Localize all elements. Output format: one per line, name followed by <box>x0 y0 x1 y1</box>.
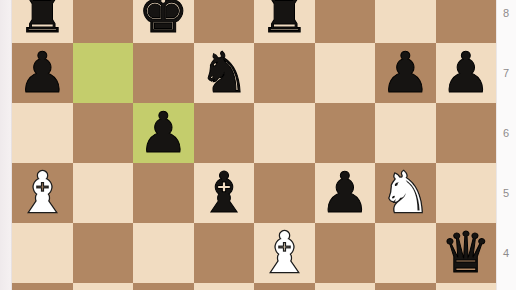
black-knight-d7[interactable]: ♞ <box>199 43 249 103</box>
rank-label-5: 5 <box>503 186 515 200</box>
square-b7[interactable] <box>73 43 134 103</box>
square-c8[interactable]: ♚ <box>133 0 194 43</box>
square-a5[interactable]: ♝ <box>12 163 73 223</box>
square-a3[interactable] <box>12 283 73 290</box>
square-h6[interactable] <box>436 103 497 163</box>
square-f6[interactable] <box>315 103 376 163</box>
black-pawn-h7[interactable]: ♟ <box>441 43 491 103</box>
white-bishop-e4[interactable]: ♝ <box>259 223 309 283</box>
square-b8[interactable] <box>73 0 134 43</box>
square-e3[interactable] <box>254 283 315 290</box>
board-squares: ♜♚♜♟♞♟♟♟♝♝♟♞♝♛ <box>12 0 496 290</box>
square-e4[interactable]: ♝ <box>254 223 315 283</box>
square-g4[interactable] <box>375 223 436 283</box>
black-rook-e8[interactable]: ♜ <box>259 0 309 43</box>
rank-label-7: 7 <box>503 66 515 80</box>
square-c3[interactable] <box>133 283 194 290</box>
black-king-c8[interactable]: ♚ <box>138 0 188 43</box>
square-h3[interactable] <box>436 283 497 290</box>
square-f3[interactable] <box>315 283 376 290</box>
square-d8[interactable] <box>194 0 255 43</box>
square-e7[interactable] <box>254 43 315 103</box>
square-d3[interactable] <box>194 283 255 290</box>
square-d6[interactable] <box>194 103 255 163</box>
square-b5[interactable] <box>73 163 134 223</box>
square-f5[interactable]: ♟ <box>315 163 376 223</box>
square-g8[interactable] <box>375 0 436 43</box>
black-queen-h4[interactable]: ♛ <box>441 223 491 283</box>
rank-label-8: 8 <box>503 6 515 20</box>
square-d5[interactable]: ♝ <box>194 163 255 223</box>
square-b6[interactable] <box>73 103 134 163</box>
square-c7[interactable] <box>133 43 194 103</box>
square-f7[interactable] <box>315 43 376 103</box>
square-g5[interactable]: ♞ <box>375 163 436 223</box>
square-e6[interactable] <box>254 103 315 163</box>
rank-label-6: 6 <box>503 126 515 140</box>
square-h5[interactable] <box>436 163 497 223</box>
square-g7[interactable]: ♟ <box>375 43 436 103</box>
chess-board[interactable]: ♜♚♜♟♞♟♟♟♝♝♟♞♝♛ <box>12 0 496 290</box>
square-f4[interactable] <box>315 223 376 283</box>
square-a4[interactable] <box>12 223 73 283</box>
square-h7[interactable]: ♟ <box>436 43 497 103</box>
left-margin-strip <box>0 0 12 290</box>
black-pawn-g7[interactable]: ♟ <box>380 43 430 103</box>
square-h4[interactable]: ♛ <box>436 223 497 283</box>
square-f8[interactable] <box>315 0 376 43</box>
white-knight-g5[interactable]: ♞ <box>380 163 430 223</box>
square-g3[interactable] <box>375 283 436 290</box>
square-b4[interactable] <box>73 223 134 283</box>
square-a8[interactable]: ♜ <box>12 0 73 43</box>
white-bishop-a5[interactable]: ♝ <box>17 163 67 223</box>
square-a7[interactable]: ♟ <box>12 43 73 103</box>
square-b3[interactable] <box>73 283 134 290</box>
black-pawn-f5[interactable]: ♟ <box>320 163 370 223</box>
square-e8[interactable]: ♜ <box>254 0 315 43</box>
rank-label-4: 4 <box>503 246 515 260</box>
square-d7[interactable]: ♞ <box>194 43 255 103</box>
square-d4[interactable] <box>194 223 255 283</box>
square-e5[interactable] <box>254 163 315 223</box>
black-pawn-c6[interactable]: ♟ <box>138 103 188 163</box>
square-g6[interactable] <box>375 103 436 163</box>
black-pawn-a7[interactable]: ♟ <box>17 43 67 103</box>
square-h8[interactable] <box>436 0 497 43</box>
chess-app-viewport: ♜♚♜♟♞♟♟♟♝♝♟♞♝♛ 87654 <box>0 0 516 290</box>
rank-coordinates-strip: 87654 <box>496 0 516 290</box>
square-c5[interactable] <box>133 163 194 223</box>
black-bishop-d5[interactable]: ♝ <box>199 163 249 223</box>
black-rook-a8[interactable]: ♜ <box>17 0 67 43</box>
square-a6[interactable] <box>12 103 73 163</box>
square-c6[interactable]: ♟ <box>133 103 194 163</box>
square-c4[interactable] <box>133 223 194 283</box>
